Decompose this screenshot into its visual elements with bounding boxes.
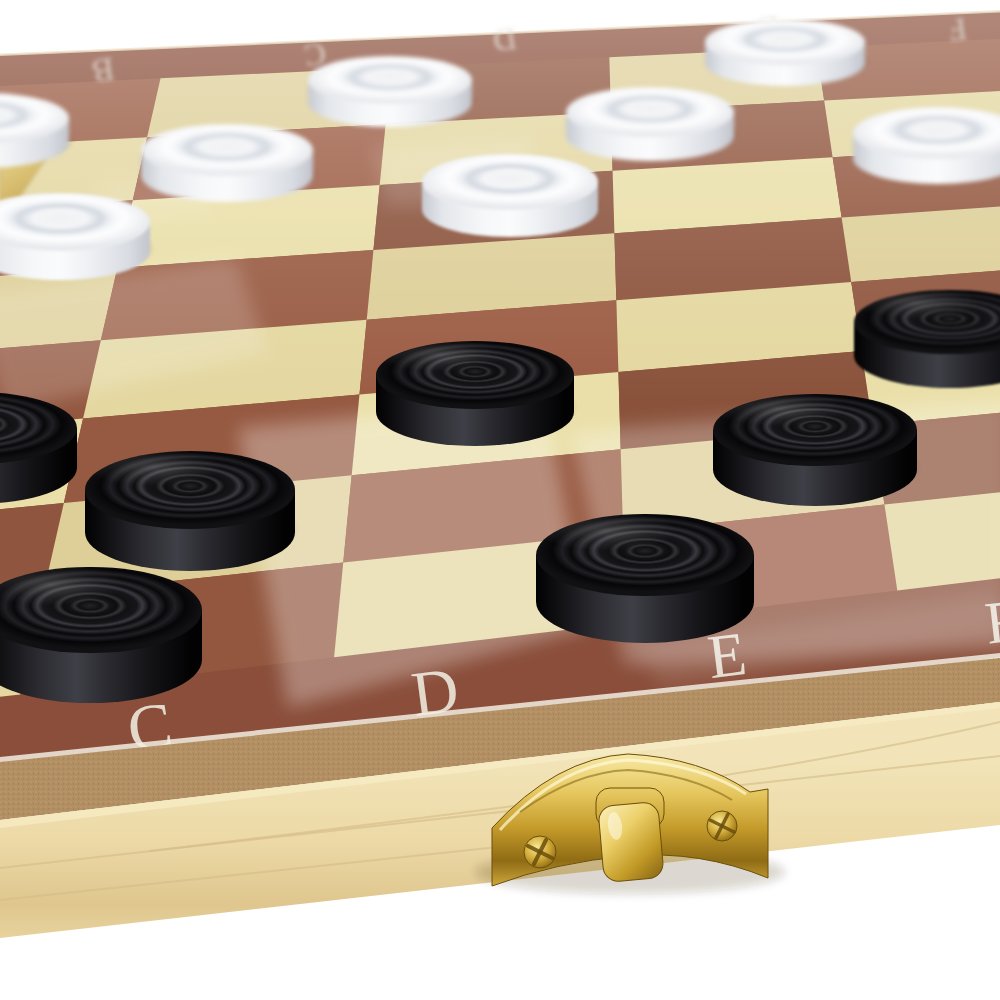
- depth-haze: [0, 0, 1000, 400]
- photo-canvas: CDEFBCDEF: [0, 0, 1000, 1000]
- board-photo: CDEFBCDEF: [0, 0, 1000, 1000]
- latch-knob: [598, 802, 664, 883]
